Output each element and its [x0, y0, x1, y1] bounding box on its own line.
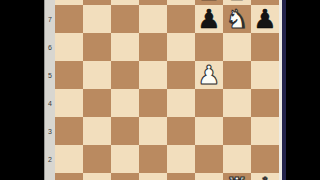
square-e3[interactable] — [167, 117, 195, 145]
square-g1[interactable]: ♜ — [223, 173, 251, 180]
square-g5[interactable] — [223, 61, 251, 89]
square-a7[interactable] — [55, 5, 83, 33]
rank-label-4: 4 — [45, 89, 55, 117]
square-c3[interactable] — [111, 117, 139, 145]
square-f3[interactable] — [195, 117, 223, 145]
square-a2[interactable] — [55, 145, 83, 173]
square-b4[interactable] — [83, 89, 111, 117]
square-h3[interactable] — [251, 117, 279, 145]
square-h2[interactable] — [251, 145, 279, 173]
square-d7[interactable] — [139, 5, 167, 33]
chess-board: ♜♚♟♞♟♟♜♚ — [55, 0, 279, 180]
board-frame-outer — [282, 0, 286, 180]
square-c4[interactable] — [111, 89, 139, 117]
square-h7[interactable]: ♟ — [251, 5, 279, 33]
chess-board-widget: 87654321 ♜♚♟♞♟♟♜♚ — [44, 0, 286, 180]
piece-black-pawn-f7[interactable]: ♟ — [195, 5, 223, 33]
square-e7[interactable] — [167, 5, 195, 33]
square-a6[interactable] — [55, 33, 83, 61]
square-d4[interactable] — [139, 89, 167, 117]
square-c5[interactable] — [111, 61, 139, 89]
square-a5[interactable] — [55, 61, 83, 89]
square-f7[interactable]: ♟ — [195, 5, 223, 33]
square-g6[interactable] — [223, 33, 251, 61]
square-d2[interactable] — [139, 145, 167, 173]
square-a4[interactable] — [55, 89, 83, 117]
square-b3[interactable] — [83, 117, 111, 145]
square-e4[interactable] — [167, 89, 195, 117]
square-e1[interactable] — [167, 173, 195, 180]
square-d5[interactable] — [139, 61, 167, 89]
square-b2[interactable] — [83, 145, 111, 173]
square-e5[interactable] — [167, 61, 195, 89]
square-c6[interactable] — [111, 33, 139, 61]
square-h5[interactable] — [251, 61, 279, 89]
rank-label-1: 1 — [45, 173, 55, 180]
square-d1[interactable] — [139, 173, 167, 180]
rank-label-5: 5 — [45, 61, 55, 89]
square-f4[interactable] — [195, 89, 223, 117]
rank-label-3: 3 — [45, 117, 55, 145]
square-g4[interactable] — [223, 89, 251, 117]
piece-white-pawn-f5[interactable]: ♟ — [195, 61, 223, 89]
square-f5[interactable]: ♟ — [195, 61, 223, 89]
piece-white-knight-g7[interactable]: ♞ — [223, 5, 251, 33]
square-g7[interactable]: ♞ — [223, 5, 251, 33]
square-a1[interactable] — [55, 173, 83, 180]
square-g2[interactable] — [223, 145, 251, 173]
square-h4[interactable] — [251, 89, 279, 117]
board-viewport: ♜♚♟♞♟♟♜♚ — [55, 0, 279, 180]
square-c2[interactable] — [111, 145, 139, 173]
square-e6[interactable] — [167, 33, 195, 61]
square-h1[interactable]: ♚ — [251, 173, 279, 180]
square-b7[interactable] — [83, 5, 111, 33]
rank-coordinates: 87654321 — [44, 0, 55, 180]
square-f6[interactable] — [195, 33, 223, 61]
square-c1[interactable] — [111, 173, 139, 180]
square-d3[interactable] — [139, 117, 167, 145]
square-b5[interactable] — [83, 61, 111, 89]
square-e2[interactable] — [167, 145, 195, 173]
rank-label-7: 7 — [45, 5, 55, 33]
square-a3[interactable] — [55, 117, 83, 145]
piece-white-king-h1[interactable]: ♚ — [251, 173, 279, 180]
square-g3[interactable] — [223, 117, 251, 145]
square-h6[interactable] — [251, 33, 279, 61]
rank-label-2: 2 — [45, 145, 55, 173]
square-b1[interactable] — [83, 173, 111, 180]
square-f2[interactable] — [195, 145, 223, 173]
rank-label-6: 6 — [45, 33, 55, 61]
square-f1[interactable] — [195, 173, 223, 180]
square-d6[interactable] — [139, 33, 167, 61]
piece-black-pawn-h7[interactable]: ♟ — [251, 5, 279, 33]
square-c7[interactable] — [111, 5, 139, 33]
square-b6[interactable] — [83, 33, 111, 61]
video-frame: 87654321 ♜♚♟♞♟♟♜♚ — [0, 0, 320, 180]
piece-white-rook-g1[interactable]: ♜ — [223, 173, 251, 180]
